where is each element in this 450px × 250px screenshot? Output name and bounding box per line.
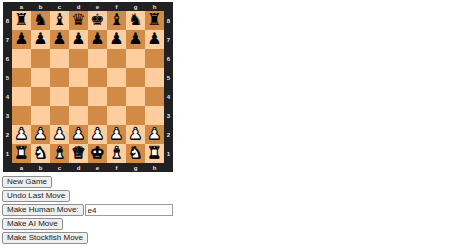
controls-panel: New Game Undo Last Move Make Human Move:… — [2, 176, 173, 244]
square-d3 — [69, 106, 88, 125]
square-c5 — [50, 68, 69, 87]
black-bishop: ♝ — [109, 10, 123, 29]
white-bishop: ♝ — [109, 143, 123, 162]
black-bishop: ♝ — [52, 10, 66, 29]
square-d4 — [69, 87, 88, 106]
chess-app-page: abcdefgh8♜♞♝♛♚♝♞♜87♟♟♟♟♟♟♟♟7665544332♟♟♟… — [0, 0, 450, 250]
black-knight: ♞ — [33, 10, 47, 29]
white-pawn: ♟ — [109, 124, 123, 143]
black-knight: ♞ — [128, 10, 142, 29]
make-human-move-button[interactable]: Make Human Move: — [2, 204, 84, 216]
square-h5 — [145, 68, 164, 87]
square-c1: ♝ — [50, 144, 69, 163]
black-queen: ♛ — [71, 10, 85, 29]
square-g6 — [126, 49, 145, 68]
new-game-button[interactable]: New Game — [2, 176, 52, 188]
square-a3 — [12, 106, 31, 125]
make-ai-move-button[interactable]: Make AI Move — [2, 218, 63, 230]
rank-label-2: 2 — [164, 125, 173, 144]
black-rook: ♜ — [14, 10, 28, 29]
square-a7: ♟ — [12, 30, 31, 49]
square-g1: ♞ — [126, 144, 145, 163]
square-e4 — [88, 87, 107, 106]
square-h4 — [145, 87, 164, 106]
square-a5 — [12, 68, 31, 87]
square-h3 — [145, 106, 164, 125]
square-f8: ♝ — [107, 11, 126, 30]
square-e6 — [88, 49, 107, 68]
square-f6 — [107, 49, 126, 68]
rank-label-7: 7 — [3, 30, 12, 49]
file-label-e: e — [88, 163, 107, 172]
white-pawn: ♟ — [52, 124, 66, 143]
black-pawn: ♟ — [33, 29, 47, 48]
square-h2: ♟ — [145, 125, 164, 144]
square-f7: ♟ — [107, 30, 126, 49]
square-f2: ♟ — [107, 125, 126, 144]
black-pawn: ♟ — [147, 29, 161, 48]
square-d6 — [69, 49, 88, 68]
rank-label-2: 2 — [3, 125, 12, 144]
square-b2: ♟ — [31, 125, 50, 144]
rank-label-6: 6 — [164, 49, 173, 68]
square-c3 — [50, 106, 69, 125]
square-b8: ♞ — [31, 11, 50, 30]
file-label-g: g — [126, 163, 145, 172]
undo-last-move-button[interactable]: Undo Last Move — [2, 190, 70, 202]
square-e3 — [88, 106, 107, 125]
rank-label-3: 3 — [3, 106, 12, 125]
square-a4 — [12, 87, 31, 106]
rank-label-4: 4 — [164, 87, 173, 106]
chess-board: abcdefgh8♜♞♝♛♚♝♞♜87♟♟♟♟♟♟♟♟7665544332♟♟♟… — [3, 2, 173, 172]
new-game-row: New Game — [2, 176, 52, 188]
white-knight: ♞ — [128, 143, 142, 162]
white-knight: ♞ — [33, 143, 47, 162]
square-h7: ♟ — [145, 30, 164, 49]
file-label-f: f — [107, 163, 126, 172]
white-king: ♚ — [90, 143, 104, 162]
square-b7: ♟ — [31, 30, 50, 49]
square-e8: ♚ — [88, 11, 107, 30]
white-rook: ♜ — [147, 143, 161, 162]
rank-label-3: 3 — [164, 106, 173, 125]
file-label-c: c — [50, 163, 69, 172]
rank-label-1: 1 — [164, 144, 173, 163]
square-h6 — [145, 49, 164, 68]
white-pawn: ♟ — [33, 124, 47, 143]
file-label-h: h — [145, 163, 164, 172]
square-g4 — [126, 87, 145, 106]
chess-board-image: abcdefgh8♜♞♝♛♚♝♞♜87♟♟♟♟♟♟♟♟7665544332♟♟♟… — [3, 2, 173, 172]
square-g3 — [126, 106, 145, 125]
file-label-d: d — [69, 163, 88, 172]
rank-label-8: 8 — [3, 11, 12, 30]
square-f4 — [107, 87, 126, 106]
square-e7: ♟ — [88, 30, 107, 49]
square-b1: ♞ — [31, 144, 50, 163]
square-e1: ♚ — [88, 144, 107, 163]
square-c8: ♝ — [50, 11, 69, 30]
square-a6 — [12, 49, 31, 68]
black-pawn: ♟ — [14, 29, 28, 48]
square-d1: ♛ — [69, 144, 88, 163]
square-c6 — [50, 49, 69, 68]
rank-label-1: 1 — [3, 144, 12, 163]
black-pawn: ♟ — [52, 29, 66, 48]
square-g2: ♟ — [126, 125, 145, 144]
make-stockfish-move-button[interactable]: Make Stockfish Move — [2, 232, 88, 244]
square-h8: ♜ — [145, 11, 164, 30]
square-a2: ♟ — [12, 125, 31, 144]
board-corner — [164, 163, 173, 172]
white-pawn: ♟ — [14, 124, 28, 143]
square-d7: ♟ — [69, 30, 88, 49]
black-rook: ♜ — [147, 10, 161, 29]
white-pawn: ♟ — [90, 124, 104, 143]
square-f3 — [107, 106, 126, 125]
human-move-input[interactable] — [85, 204, 173, 216]
square-g5 — [126, 68, 145, 87]
square-b3 — [31, 106, 50, 125]
white-pawn: ♟ — [128, 124, 142, 143]
black-king: ♚ — [90, 10, 104, 29]
square-g8: ♞ — [126, 11, 145, 30]
square-c2: ♟ — [50, 125, 69, 144]
undo-row: Undo Last Move — [2, 190, 70, 202]
board-corner — [3, 2, 12, 11]
square-a8: ♜ — [12, 11, 31, 30]
ai-move-row: Make AI Move — [2, 218, 63, 230]
square-b5 — [31, 68, 50, 87]
board-corner — [164, 2, 173, 11]
square-e2: ♟ — [88, 125, 107, 144]
square-d2: ♟ — [69, 125, 88, 144]
white-queen: ♛ — [71, 143, 85, 162]
white-rook: ♜ — [14, 143, 28, 162]
square-f5 — [107, 68, 126, 87]
square-c7: ♟ — [50, 30, 69, 49]
stockfish-move-row: Make Stockfish Move — [2, 232, 88, 244]
square-e5 — [88, 68, 107, 87]
white-pawn: ♟ — [147, 124, 161, 143]
rank-label-6: 6 — [3, 49, 12, 68]
file-label-a: a — [12, 163, 31, 172]
rank-label-4: 4 — [3, 87, 12, 106]
square-d5 — [69, 68, 88, 87]
square-b4 — [31, 87, 50, 106]
white-pawn: ♟ — [71, 124, 85, 143]
rank-label-5: 5 — [3, 68, 12, 87]
white-bishop: ♝ — [52, 143, 66, 162]
square-b6 — [31, 49, 50, 68]
black-pawn: ♟ — [71, 29, 85, 48]
square-d8: ♛ — [69, 11, 88, 30]
square-h1: ♜ — [145, 144, 164, 163]
file-label-b: b — [31, 163, 50, 172]
black-pawn: ♟ — [90, 29, 104, 48]
square-a1: ♜ — [12, 144, 31, 163]
board-corner — [3, 163, 12, 172]
black-pawn: ♟ — [109, 29, 123, 48]
square-c4 — [50, 87, 69, 106]
rank-label-5: 5 — [164, 68, 173, 87]
square-g7: ♟ — [126, 30, 145, 49]
square-f1: ♝ — [107, 144, 126, 163]
rank-label-8: 8 — [164, 11, 173, 30]
black-pawn: ♟ — [128, 29, 142, 48]
rank-label-7: 7 — [164, 30, 173, 49]
human-move-row: Make Human Move: — [2, 204, 173, 216]
